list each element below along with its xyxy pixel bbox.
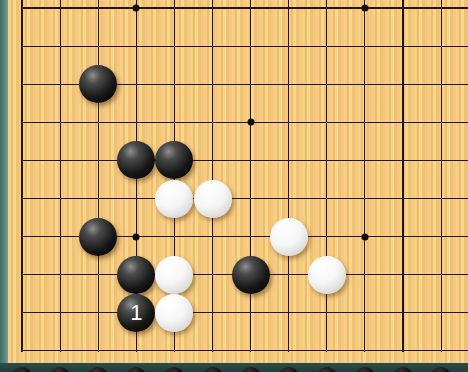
cutoff-stone-top-9 <box>317 367 337 372</box>
grid-line-vertical-6 <box>212 0 213 352</box>
cutoff-stone-top-7 <box>241 367 261 372</box>
go-board[interactable]: 1 <box>8 0 468 363</box>
grid-line-vertical-7 <box>250 0 251 352</box>
white-stone-H4 <box>270 218 308 256</box>
white-stone-F5 <box>194 180 232 218</box>
black-stone-C4 <box>79 218 117 256</box>
cutoff-stone-top-2 <box>50 367 70 372</box>
cutoff-stone-top-12 <box>431 367 451 372</box>
grid-line-vertical-1 <box>21 0 22 352</box>
cutoff-stone-top-1 <box>12 367 32 372</box>
white-stone-J3 <box>308 256 346 294</box>
grid-line-horizontal-8 <box>21 160 468 161</box>
black-stone-G3 <box>232 256 270 294</box>
grid-line-vertical-8 <box>288 0 289 352</box>
star-point <box>361 5 368 12</box>
cutoff-stone-top-5 <box>164 367 184 372</box>
grid-line-vertical-2 <box>60 0 61 352</box>
cutoff-stone-top-11 <box>393 367 413 372</box>
black-stone-D2: 1 <box>117 294 155 332</box>
bottom-cutoff-strip <box>0 363 468 372</box>
grid-line-horizontal-13 <box>21 350 468 351</box>
star-point <box>133 233 140 240</box>
grid-line-vertical-3 <box>98 0 99 352</box>
grid-line-horizontal-12 <box>21 312 468 313</box>
grid-line-horizontal-4 <box>21 7 468 8</box>
grid-line-horizontal-9 <box>21 198 468 199</box>
star-point <box>133 5 140 12</box>
grid-line-vertical-10 <box>364 0 365 352</box>
star-point <box>361 233 368 240</box>
cutoff-stone-top-4 <box>126 367 146 372</box>
grid-line-vertical-12 <box>441 0 442 352</box>
move-number-label: 1 <box>130 302 142 324</box>
go-app-window: 1 <box>0 0 468 372</box>
white-stone-E5 <box>155 180 193 218</box>
black-stone-E6 <box>155 141 193 179</box>
white-stone-E2 <box>155 294 193 332</box>
grid-line-horizontal-7 <box>21 122 468 123</box>
grid-line-vertical-9 <box>326 0 327 352</box>
left-edge-strip <box>0 0 8 372</box>
black-stone-D6 <box>117 141 155 179</box>
grid-line-horizontal-5 <box>21 46 468 47</box>
black-stone-C8 <box>79 65 117 103</box>
white-stone-E3 <box>155 256 193 294</box>
cutoff-stone-top-3 <box>88 367 108 372</box>
cutoff-stone-top-8 <box>279 367 299 372</box>
star-point <box>247 119 254 126</box>
cutoff-stone-top-6 <box>203 367 223 372</box>
black-stone-D3 <box>117 256 155 294</box>
cutoff-stone-top-10 <box>355 367 375 372</box>
grid-line-vertical-11 <box>402 0 403 352</box>
